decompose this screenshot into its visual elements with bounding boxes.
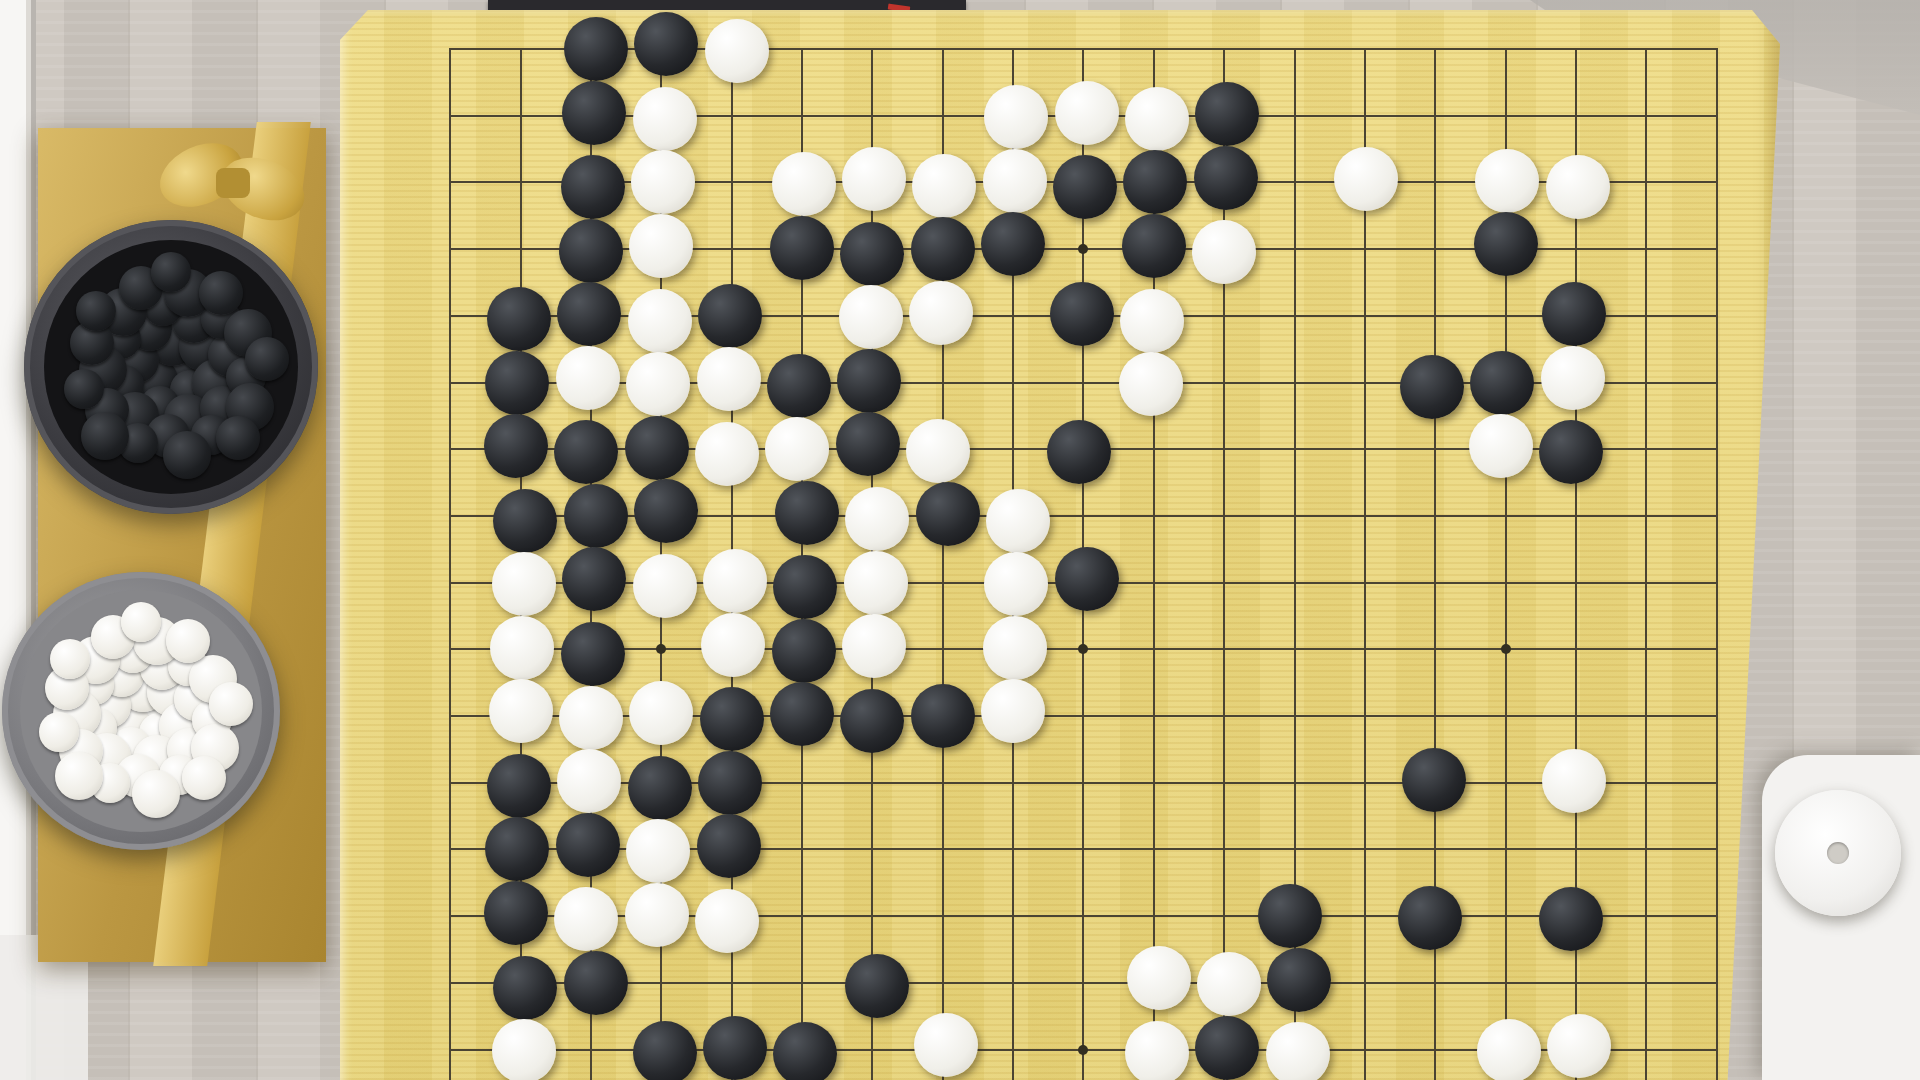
white-stone	[1192, 220, 1256, 284]
black-stone	[770, 682, 834, 746]
white-stone	[842, 147, 906, 211]
star-point	[1501, 644, 1511, 654]
black-stone	[837, 349, 901, 413]
white-stone	[839, 285, 903, 349]
white-stone	[1125, 1021, 1189, 1080]
bowl-black-stone	[163, 431, 211, 479]
black-stone	[487, 287, 551, 351]
white-stone	[906, 419, 970, 483]
grid-line-vertical	[1645, 48, 1647, 1080]
bowl-black-stone	[64, 369, 104, 409]
bowl-white-stone	[50, 639, 90, 679]
white-stone	[1120, 289, 1184, 353]
black-stone	[1053, 155, 1117, 219]
white-stone	[981, 679, 1045, 743]
white-stone	[1475, 149, 1539, 213]
black-stone	[697, 814, 761, 878]
black-stone	[767, 354, 831, 418]
white-stone	[695, 889, 759, 953]
white-stone	[489, 679, 553, 743]
white-stone	[625, 883, 689, 947]
white-stone	[633, 554, 697, 618]
white-stone	[492, 1019, 556, 1080]
black-stone	[770, 216, 834, 280]
white-stone	[629, 214, 693, 278]
white-stone	[1541, 346, 1605, 410]
black-stone	[634, 12, 698, 76]
white-stone-bowl	[2, 572, 280, 850]
star-point	[1078, 1045, 1088, 1055]
photo-scene	[0, 0, 1920, 1080]
white-stone	[705, 19, 769, 83]
black-stone	[1047, 420, 1111, 484]
black-stone	[698, 284, 762, 348]
black-stone	[1400, 355, 1464, 419]
white-stone-pile	[20, 590, 262, 832]
black-stone	[703, 1016, 767, 1080]
black-stone	[625, 416, 689, 480]
white-stone	[765, 417, 829, 481]
ribbon-bow	[158, 146, 308, 232]
black-stone	[775, 481, 839, 545]
black-stone	[911, 217, 975, 281]
black-stone-pile	[44, 240, 298, 494]
white-stone	[1055, 81, 1119, 145]
black-stone	[1402, 748, 1466, 812]
white-cylinder-device	[1775, 790, 1901, 916]
white-stone	[631, 150, 695, 214]
black-stone	[773, 1022, 837, 1080]
white-stone	[626, 819, 690, 883]
white-stone	[695, 422, 759, 486]
black-stone	[1539, 887, 1603, 951]
white-stone	[556, 346, 620, 410]
bowl-black-stone	[216, 416, 260, 460]
white-stone	[492, 552, 556, 616]
black-stone	[1258, 884, 1322, 948]
black-stone	[562, 81, 626, 145]
white-stone	[559, 686, 623, 750]
black-stone	[485, 351, 549, 415]
black-stone	[836, 412, 900, 476]
white-stone	[983, 616, 1047, 680]
white-stone	[633, 87, 697, 151]
white-stone	[909, 281, 973, 345]
bowl-white-stone	[132, 770, 180, 818]
black-stone	[564, 484, 628, 548]
black-stone	[633, 1021, 697, 1080]
white-stone	[912, 154, 976, 218]
black-stone	[981, 212, 1045, 276]
door-frame	[0, 0, 36, 1080]
white-stone	[1127, 946, 1191, 1010]
white-stone	[1546, 155, 1610, 219]
white-stone	[1197, 952, 1261, 1016]
bowl-black-stone	[245, 337, 289, 381]
black-stone	[634, 479, 698, 543]
black-stone	[1055, 547, 1119, 611]
black-stone	[487, 754, 551, 818]
white-stone	[626, 352, 690, 416]
black-stone	[1470, 351, 1534, 415]
white-stone	[697, 347, 761, 411]
black-stone	[1194, 146, 1258, 210]
black-stone	[911, 684, 975, 748]
black-stone	[1195, 1016, 1259, 1080]
black-stone	[1398, 886, 1462, 950]
bowl-black-stone	[76, 291, 116, 331]
white-stone	[629, 681, 693, 745]
white-stone	[628, 289, 692, 353]
white-stone	[1266, 1022, 1330, 1080]
white-stone	[1125, 87, 1189, 151]
black-stone	[1474, 212, 1538, 276]
grid-line-vertical	[449, 48, 451, 1080]
black-stone	[493, 489, 557, 553]
white-stone	[845, 487, 909, 551]
white-stone	[842, 614, 906, 678]
go-board	[340, 10, 1780, 1080]
black-stone	[1267, 948, 1331, 1012]
bowl-white-stone	[209, 682, 253, 726]
white-stone	[1547, 1014, 1611, 1078]
black-stone	[484, 414, 548, 478]
black-stone	[484, 881, 548, 945]
white-stone	[1469, 414, 1533, 478]
bowl-white-stone	[182, 756, 226, 800]
black-stone	[493, 956, 557, 1020]
white-stone	[986, 489, 1050, 553]
black-stone	[556, 813, 620, 877]
black-stone	[1195, 82, 1259, 146]
white-stone	[1119, 352, 1183, 416]
black-stone	[845, 954, 909, 1018]
black-stone	[561, 622, 625, 686]
black-stone	[1050, 282, 1114, 346]
white-stone	[772, 152, 836, 216]
cylinder-center-dot	[1827, 842, 1849, 864]
white-stone	[490, 616, 554, 680]
black-stone	[1122, 214, 1186, 278]
black-stone	[628, 756, 692, 820]
black-stone	[700, 687, 764, 751]
bowl-white-stone	[39, 712, 79, 752]
black-stone	[840, 689, 904, 753]
white-stone	[1542, 749, 1606, 813]
black-stone	[840, 222, 904, 286]
white-stone	[701, 613, 765, 677]
black-stone	[559, 219, 623, 283]
black-stone	[564, 951, 628, 1015]
grid-line-horizontal	[449, 982, 1717, 984]
white-stone	[844, 551, 908, 615]
white-stone	[703, 549, 767, 613]
bowl-black-stone	[199, 271, 243, 315]
bowl-white-stone	[166, 619, 210, 663]
white-stone	[914, 1013, 978, 1077]
black-stone	[698, 751, 762, 815]
black-stone	[564, 17, 628, 81]
bowl-black-stone	[81, 412, 129, 460]
black-stone	[916, 482, 980, 546]
black-stone	[772, 619, 836, 683]
black-stone	[561, 155, 625, 219]
grid-line-vertical	[1716, 48, 1718, 1080]
white-stone	[983, 149, 1047, 213]
bowl-white-stone	[55, 752, 103, 800]
bowl-white-stone	[121, 602, 161, 642]
white-stone	[1477, 1019, 1541, 1080]
black-stone-bowl	[24, 220, 318, 514]
